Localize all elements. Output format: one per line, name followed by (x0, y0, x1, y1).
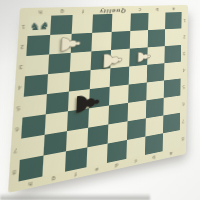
table-edge-shadow (0, 193, 150, 200)
photo-of-chess-mat: Quality ♞♞ hhggffedccbbaa112233445566778… (0, 0, 200, 200)
chess-mat: Quality ♞♞ hhggffedccbbaa112233445566778… (8, 5, 188, 193)
lighting-overlay (8, 5, 188, 193)
